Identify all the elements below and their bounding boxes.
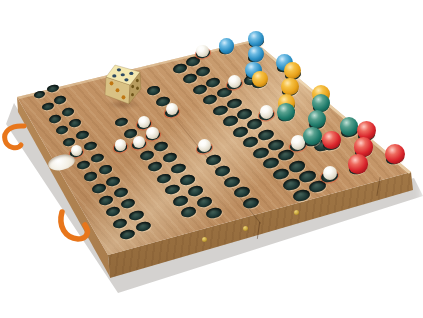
die-pip-top	[129, 72, 133, 75]
brass-hinge-pin	[202, 237, 207, 242]
red-marble[interactable]	[385, 144, 405, 164]
green-marble[interactable]	[340, 117, 359, 136]
blue-marble[interactable]	[248, 31, 264, 47]
die-pip-top	[117, 68, 121, 71]
red-marble[interactable]	[348, 154, 367, 173]
die-pip-front	[122, 95, 126, 99]
white-marble[interactable]	[146, 127, 158, 139]
die-pip-right	[131, 93, 134, 96]
green-marble[interactable]	[312, 94, 330, 112]
white-marble[interactable]	[228, 75, 241, 88]
brass-hinge-pin	[243, 226, 248, 231]
die-pip-top	[112, 74, 116, 77]
brass-hinge-pin	[294, 210, 299, 215]
die-pip-top	[121, 73, 125, 76]
die-pip-right	[131, 85, 134, 88]
red-marble[interactable]	[322, 131, 341, 150]
die-pip-right	[136, 79, 139, 82]
white-marble[interactable]	[138, 116, 150, 128]
latch-hook-bottom-icon[interactable]	[56, 208, 94, 246]
white-marble[interactable]	[198, 139, 211, 152]
latch-hook-left-icon[interactable]	[0, 122, 28, 154]
white-marble[interactable]	[115, 139, 127, 151]
photo-scene: Barricade (Malefiz-style wooden marble r…	[0, 0, 423, 318]
white-marble[interactable]	[196, 45, 208, 57]
die-pip-top	[124, 78, 128, 81]
die[interactable]	[104, 63, 144, 109]
white-marble[interactable]	[260, 105, 273, 118]
die-pip-right	[136, 87, 139, 90]
die-pip-front	[116, 88, 120, 92]
blue-marble[interactable]	[219, 38, 235, 54]
yellow-marble[interactable]	[281, 78, 298, 95]
green-marble[interactable]	[277, 103, 295, 121]
green-marble[interactable]	[303, 127, 321, 145]
die-pip-front	[110, 81, 114, 85]
white-marble[interactable]	[133, 136, 145, 148]
